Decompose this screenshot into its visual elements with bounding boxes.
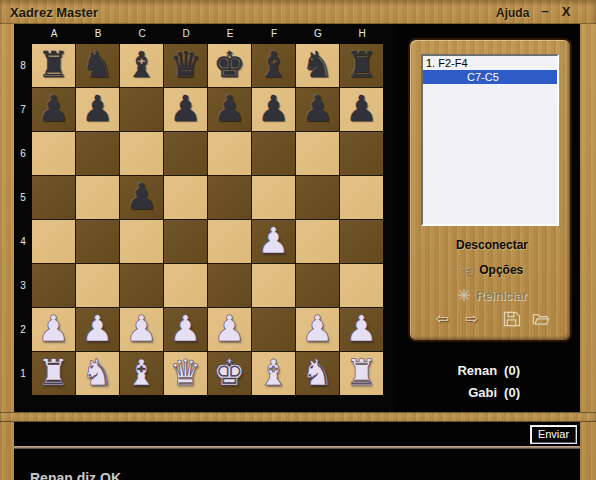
square-b4[interactable] (76, 220, 119, 263)
player-black-score: (0) (504, 385, 520, 400)
black-queen: ♛ (164, 44, 207, 87)
restart-label: Reiniciar (476, 289, 527, 303)
options-button[interactable]: ☜Opções (410, 262, 574, 280)
black-pawn: ♟ (252, 88, 295, 131)
black-knight: ♞ (76, 44, 119, 87)
square-c7[interactable] (120, 88, 163, 131)
square-e2[interactable]: ♟ (208, 308, 251, 351)
white-pawn: ♟ (296, 308, 339, 351)
square-b5[interactable] (76, 176, 119, 219)
white-pawn: ♟ (252, 220, 295, 263)
black-pawn: ♟ (120, 176, 163, 219)
square-f1[interactable]: ♝ (252, 352, 295, 395)
square-b2[interactable]: ♟ (76, 308, 119, 351)
square-c1[interactable]: ♝ (120, 352, 163, 395)
square-g7[interactable]: ♟ (296, 88, 339, 131)
move-list[interactable]: 1. F2-F4C7-C5 (421, 54, 559, 226)
nav-back-icon[interactable]: ⇦ (431, 308, 453, 330)
square-b8[interactable]: ♞ (76, 44, 119, 87)
disconnect-label: Desconectar (456, 238, 528, 252)
square-e6[interactable] (208, 132, 251, 175)
square-h3[interactable] (340, 264, 383, 307)
file-label-f: F (252, 26, 296, 44)
square-a8[interactable]: ♜ (32, 44, 75, 87)
square-b6[interactable] (76, 132, 119, 175)
square-f4[interactable]: ♟ (252, 220, 295, 263)
titlebar: Xadrez Master Ajuda – X (0, 0, 596, 24)
black-pawn: ♟ (208, 88, 251, 131)
square-h1[interactable]: ♜ (340, 352, 383, 395)
square-h2[interactable]: ♟ (340, 308, 383, 351)
white-rook: ♜ (340, 352, 383, 395)
square-c8[interactable]: ♝ (120, 44, 163, 87)
square-e7[interactable]: ♟ (208, 88, 251, 131)
rank-label-8: 8 (14, 44, 32, 88)
minimize-button[interactable]: – (538, 3, 552, 19)
square-e3[interactable] (208, 264, 251, 307)
square-f7[interactable]: ♟ (252, 88, 295, 131)
chat-message-partial: Renan diz OK (30, 470, 121, 480)
move-item[interactable]: 1. F2-F4 (423, 56, 557, 70)
white-pawn: ♟ (164, 308, 207, 351)
file-label-a: A (32, 26, 76, 44)
square-f3[interactable] (252, 264, 295, 307)
square-d3[interactable] (164, 264, 207, 307)
square-d2[interactable]: ♟ (164, 308, 207, 351)
rank-label-2: 2 (14, 308, 32, 352)
help-menu[interactable]: Ajuda (496, 6, 529, 20)
rank-label-6: 6 (14, 132, 32, 176)
nav-button-row: ⇦ ⇨ (410, 308, 574, 332)
square-e1[interactable]: ♚ (208, 352, 251, 395)
square-h6[interactable] (340, 132, 383, 175)
square-b1[interactable]: ♞ (76, 352, 119, 395)
divider-strip (0, 412, 596, 422)
rank-label-4: 4 (14, 220, 32, 264)
white-pawn: ♟ (208, 308, 251, 351)
square-d1[interactable]: ♛ (164, 352, 207, 395)
file-label-h: H (340, 26, 384, 44)
black-bishop: ♝ (252, 44, 295, 87)
white-pawn: ♟ (340, 308, 383, 351)
file-label-b: B (76, 26, 120, 44)
square-h4[interactable] (340, 220, 383, 263)
square-g4[interactable] (296, 220, 339, 263)
move-item[interactable]: C7-C5 (423, 70, 557, 84)
black-pawn: ♟ (32, 88, 75, 131)
square-a1[interactable]: ♜ (32, 352, 75, 395)
player-scores: Renan(0) Gabi(0) (408, 360, 520, 404)
square-a3[interactable] (32, 264, 75, 307)
board-frame: ABCDEFGH 87654321 ♜♞♝♛♚♝♞♜♟♟♟♟♟♟♟♟♟♟♟♟♟♟… (14, 24, 396, 412)
side-panel: 1. F2-F4C7-C5 Desconectar ☜Opções Reinic… (408, 38, 572, 342)
square-b7[interactable]: ♟ (76, 88, 119, 131)
nav-forward-icon[interactable]: ⇨ (461, 308, 483, 330)
square-g1[interactable]: ♞ (296, 352, 339, 395)
square-c3[interactable] (120, 264, 163, 307)
disconnect-button[interactable]: Desconectar (410, 238, 574, 252)
square-c4[interactable] (120, 220, 163, 263)
starburst-icon (457, 288, 471, 305)
black-pawn: ♟ (296, 88, 339, 131)
square-d8[interactable]: ♛ (164, 44, 207, 87)
white-knight: ♞ (76, 352, 119, 395)
square-a4[interactable] (32, 220, 75, 263)
square-g3[interactable] (296, 264, 339, 307)
square-c5[interactable]: ♟ (120, 176, 163, 219)
white-bishop: ♝ (252, 352, 295, 395)
white-pawn: ♟ (32, 308, 75, 351)
square-g2[interactable]: ♟ (296, 308, 339, 351)
square-f5[interactable] (252, 176, 295, 219)
square-g6[interactable] (296, 132, 339, 175)
square-d5[interactable] (164, 176, 207, 219)
black-pawn: ♟ (164, 88, 207, 131)
square-g8[interactable]: ♞ (296, 44, 339, 87)
rank-label-5: 5 (14, 176, 32, 220)
square-d4[interactable] (164, 220, 207, 263)
square-c6[interactable] (120, 132, 163, 175)
white-king: ♚ (208, 352, 251, 395)
rank-label-1: 1 (14, 352, 32, 396)
open-folder-icon[interactable] (530, 308, 552, 330)
square-f8[interactable]: ♝ (252, 44, 295, 87)
square-d7[interactable]: ♟ (164, 88, 207, 131)
send-button[interactable]: Enviar (530, 425, 577, 444)
player-black-row: Gabi(0) (408, 382, 520, 404)
square-a2[interactable]: ♟ (32, 308, 75, 351)
white-knight: ♞ (296, 352, 339, 395)
player-white-name: Renan (457, 363, 497, 378)
square-a6[interactable] (32, 132, 75, 175)
square-h8[interactable]: ♜ (340, 44, 383, 87)
file-label-d: D (164, 26, 208, 44)
square-a7[interactable]: ♟ (32, 88, 75, 131)
white-queen: ♛ (164, 352, 207, 395)
square-e4[interactable] (208, 220, 251, 263)
file-label-c: C (120, 26, 164, 44)
file-label-g: G (296, 26, 340, 44)
player-white-row: Renan(0) (408, 360, 520, 382)
square-h5[interactable] (340, 176, 383, 219)
square-d6[interactable] (164, 132, 207, 175)
restart-button[interactable]: Reiniciar (410, 288, 574, 305)
white-pawn: ♟ (120, 308, 163, 351)
black-bishop: ♝ (120, 44, 163, 87)
black-king: ♚ (208, 44, 251, 87)
white-rook: ♜ (32, 352, 75, 395)
save-disk-icon[interactable] (500, 308, 522, 330)
square-a5[interactable] (32, 176, 75, 219)
square-f2[interactable] (252, 308, 295, 351)
black-pawn: ♟ (340, 88, 383, 131)
rank-label-7: 7 (14, 88, 32, 132)
rank-label-3: 3 (14, 264, 32, 308)
player-black-name: Gabi (468, 385, 497, 400)
black-pawn: ♟ (76, 88, 119, 131)
square-c2[interactable]: ♟ (120, 308, 163, 351)
square-e5[interactable] (208, 176, 251, 219)
file-label-e: E (208, 26, 252, 44)
black-knight: ♞ (296, 44, 339, 87)
chat-divider (14, 446, 580, 449)
white-bishop: ♝ (120, 352, 163, 395)
square-e8[interactable]: ♚ (208, 44, 251, 87)
black-rook: ♜ (340, 44, 383, 87)
chess-board: ♜♞♝♛♚♝♞♜♟♟♟♟♟♟♟♟♟♟♟♟♟♟♟♟♜♞♝♛♚♝♞♜ (32, 44, 383, 395)
pointing-hand-icon: ☜ (461, 262, 474, 280)
options-label: Opções (479, 263, 523, 277)
player-white-score: (0) (504, 363, 520, 378)
black-rook: ♜ (32, 44, 75, 87)
square-f6[interactable] (252, 132, 295, 175)
square-b3[interactable] (76, 264, 119, 307)
file-labels: ABCDEFGH (32, 26, 384, 44)
window-title: Xadrez Master (10, 5, 98, 20)
white-pawn: ♟ (76, 308, 119, 351)
square-g5[interactable] (296, 176, 339, 219)
close-button[interactable]: X (559, 4, 573, 20)
square-h7[interactable]: ♟ (340, 88, 383, 131)
rank-labels: 87654321 (14, 44, 32, 396)
